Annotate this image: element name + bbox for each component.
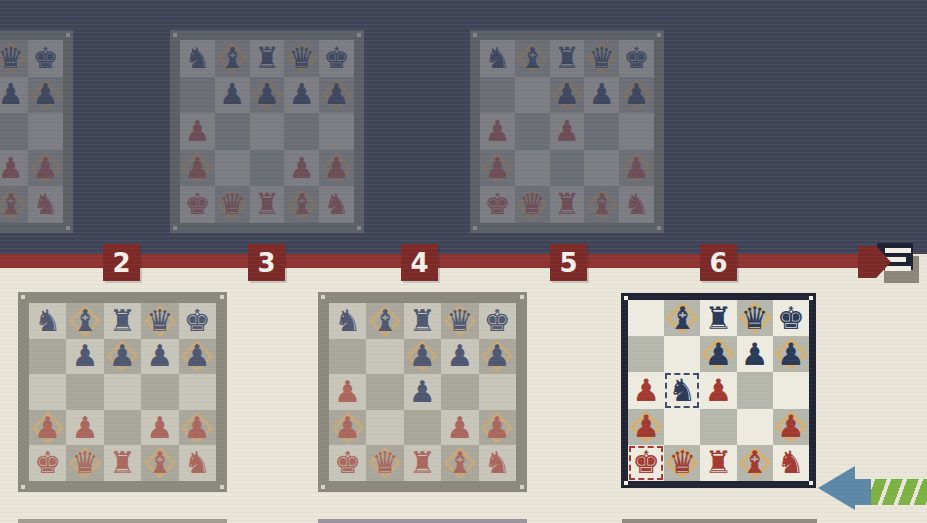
navy-king: ♚ xyxy=(619,40,654,77)
navy-rook: ♜ xyxy=(550,40,585,77)
diamond-marker-icon xyxy=(286,43,317,74)
red-pawn: ♟ xyxy=(180,113,215,150)
square-r2c5: ♟ xyxy=(773,336,809,372)
frame-corner-dot xyxy=(357,33,361,37)
frame-corner-dot xyxy=(657,33,661,37)
red-pawn: ♟ xyxy=(28,150,63,187)
frame-corner-dot xyxy=(624,481,628,485)
navy-pawn: ♟ xyxy=(141,339,178,375)
red-pawn: ♟ xyxy=(628,409,664,445)
red-knight: ♞ xyxy=(619,186,654,223)
square-r3c3 xyxy=(104,374,141,410)
square-r2c4: ♟ xyxy=(284,77,319,114)
square-r1c2: ♝ xyxy=(366,303,403,339)
square-r2c1 xyxy=(29,339,66,375)
red-pawn: ♟ xyxy=(0,150,28,187)
square-r2c1 xyxy=(180,77,215,114)
square-r4c3 xyxy=(550,150,585,187)
square-r2c2 xyxy=(664,336,700,372)
board-grid: ♝♜♛♚♟♟♟♟♞♟♟♟♚♛♜♝♞ xyxy=(628,300,809,481)
board-move-6-active[interactable]: ♝♜♛♚♟♟♟♟♞♟♟♟♚♛♜♝♞ xyxy=(621,293,816,488)
square-r4c5: ♟ xyxy=(479,410,516,446)
navy-pawn: ♟ xyxy=(66,339,103,375)
navy-rook: ♜ xyxy=(404,303,441,339)
red-rook: ♜ xyxy=(404,445,441,481)
square-r5c3: ♜ xyxy=(404,445,441,481)
navy-knight: ♞ xyxy=(180,40,215,77)
red-pawn: ♟ xyxy=(284,150,319,187)
square-r1c1: ♞ xyxy=(329,303,366,339)
navy-king: ♚ xyxy=(179,303,216,339)
navy-pawn: ♟ xyxy=(441,339,478,375)
diamond-marker-icon xyxy=(586,189,617,220)
square-r5c3: ♜ xyxy=(104,445,141,481)
square-r3c2: ♞ xyxy=(664,372,700,408)
square-r1c1: ♞ xyxy=(180,40,215,77)
red-rook: ♜ xyxy=(104,445,141,481)
navy-bishop: ♝ xyxy=(215,40,250,77)
red-king: ♚ xyxy=(180,186,215,223)
frame-corner-dot xyxy=(220,485,224,489)
navy-pawn: ♟ xyxy=(284,77,319,114)
red-pawn: ♟ xyxy=(479,410,516,446)
square-r4c2: ♟ xyxy=(66,410,103,446)
square-r4c5: ♟ xyxy=(28,150,63,187)
board-grid: ♞♝♜♛♚♟♟♟♟♟♟♟♚♛♜♝♞ xyxy=(480,40,654,223)
diamond-marker-icon xyxy=(621,79,652,110)
square-r3c4 xyxy=(0,113,28,150)
square-r3c5 xyxy=(479,374,516,410)
square-r5c2: ♛ xyxy=(366,445,403,481)
square-r4c3 xyxy=(700,409,736,445)
square-r1c5: ♚ xyxy=(479,303,516,339)
navy-pawn: ♟ xyxy=(319,77,354,114)
navy-queen: ♛ xyxy=(737,300,773,336)
square-r4c1: ♟ xyxy=(329,410,366,446)
square-r5c3: ♜ xyxy=(250,186,285,223)
navy-queen: ♛ xyxy=(141,303,178,339)
red-knight: ♞ xyxy=(319,186,354,223)
navy-knight: ♞ xyxy=(664,372,700,408)
square-r5c1: ♚ xyxy=(628,445,664,481)
diamond-marker-icon xyxy=(30,79,61,110)
navy-pawn: ♟ xyxy=(250,77,285,114)
hamburger-list-icon xyxy=(885,266,911,271)
red-knight: ♞ xyxy=(773,445,809,481)
navy-knight: ♞ xyxy=(480,40,515,77)
board-move-2[interactable]: ♞♝♜♛♚♟♟♟♟♟♟♟♟♚♛♜♝♞ xyxy=(18,292,227,492)
square-r5c4: ♝ xyxy=(284,186,319,223)
level-tag-3[interactable]: 3 xyxy=(248,244,285,281)
square-r3c1: ♟ xyxy=(329,374,366,410)
red-pawn: ♟ xyxy=(628,372,664,408)
back-arrow-button[interactable] xyxy=(818,466,927,510)
board-move-4[interactable]: ♞♝♜♛♚♟♟♟♟♟♟♟♟♚♛♜♝♞ xyxy=(318,292,527,492)
square-r3c4 xyxy=(737,372,773,408)
navy-knight: ♞ xyxy=(29,303,66,339)
square-r1c3: ♜ xyxy=(404,303,441,339)
square-r4c3 xyxy=(104,410,141,446)
square-r5c3: ♜ xyxy=(550,186,585,223)
square-r3c4 xyxy=(584,113,619,150)
navy-queen: ♛ xyxy=(441,303,478,339)
diamond-marker-icon xyxy=(0,189,26,220)
square-r5c4: ♝ xyxy=(737,445,773,481)
square-r1c4: ♛ xyxy=(441,303,478,339)
square-r2c1 xyxy=(329,339,366,375)
square-r1c4: ♛ xyxy=(0,40,28,77)
square-r2c4: ♟ xyxy=(737,336,773,372)
board-grid: ♞♝♜♛♚♟♟♟♟♟♟♟♟♚♛♜♝♞ xyxy=(29,303,216,481)
frame-corner-dot xyxy=(473,226,477,230)
square-r4c4 xyxy=(737,409,773,445)
navy-king: ♚ xyxy=(319,40,354,77)
square-r2c1 xyxy=(628,336,664,372)
square-r1c2: ♝ xyxy=(515,40,550,77)
square-r2c5: ♟ xyxy=(319,77,354,114)
square-r5c4: ♝ xyxy=(141,445,178,481)
next-row-board-peek xyxy=(622,519,817,523)
square-r3c2 xyxy=(215,113,250,150)
navy-queen: ♛ xyxy=(284,40,319,77)
navy-knight: ♞ xyxy=(329,303,366,339)
square-r4c5: ♟ xyxy=(619,150,654,187)
square-r4c5: ♟ xyxy=(773,409,809,445)
board-grid: ♞♝♜♛♚♟♟♟♟♟♟♟♟♚♛♜♝♞ xyxy=(180,40,354,223)
navy-pawn: ♟ xyxy=(550,77,585,114)
square-r4c2 xyxy=(366,410,403,446)
square-r3c5 xyxy=(773,372,809,408)
square-r2c3: ♟ xyxy=(404,339,441,375)
navy-king: ♚ xyxy=(479,303,516,339)
square-r4c1: ♟ xyxy=(180,150,215,187)
square-r3c2 xyxy=(66,374,103,410)
board-grid: ♛♚♟♟♟♟♝♞ xyxy=(0,40,63,223)
frame-corner-dot xyxy=(173,226,177,230)
red-bishop: ♝ xyxy=(584,186,619,223)
next-row-board-peek xyxy=(18,519,227,523)
navy-pawn: ♟ xyxy=(179,339,216,375)
red-queen: ♛ xyxy=(66,445,103,481)
red-king: ♚ xyxy=(480,186,515,223)
top-history-background xyxy=(0,0,927,254)
square-r3c4 xyxy=(141,374,178,410)
diamond-marker-icon xyxy=(551,79,582,110)
diamond-marker-icon xyxy=(217,189,248,220)
square-r4c1: ♟ xyxy=(480,150,515,187)
square-r3c1: ♟ xyxy=(180,113,215,150)
red-knight: ♞ xyxy=(179,445,216,481)
diamond-marker-icon xyxy=(0,43,26,74)
square-r5c3: ♜ xyxy=(700,445,736,481)
frame-corner-dot xyxy=(809,296,813,300)
diamond-marker-icon xyxy=(286,189,317,220)
red-rook: ♜ xyxy=(700,445,736,481)
level-tag-6[interactable]: 6 xyxy=(700,244,737,281)
frame-corner-dot xyxy=(173,33,177,37)
square-r1c3: ♜ xyxy=(550,40,585,77)
board-grid: ♞♝♜♛♚♟♟♟♟♟♟♟♟♚♛♜♝♞ xyxy=(329,303,516,481)
square-r2c3: ♟ xyxy=(104,339,141,375)
square-r5c1: ♚ xyxy=(29,445,66,481)
square-r2c2: ♟ xyxy=(66,339,103,375)
red-knight: ♞ xyxy=(28,186,63,223)
board-move-5[interactable]: ♞♝♜♛♚♟♟♟♟♟♟♟♚♛♜♝♞ xyxy=(470,30,664,233)
red-bishop: ♝ xyxy=(141,445,178,481)
navy-pawn: ♟ xyxy=(104,339,141,375)
diamond-marker-icon xyxy=(30,153,61,184)
red-queen: ♛ xyxy=(515,186,550,223)
navy-bishop: ♝ xyxy=(515,40,550,77)
red-pawn: ♟ xyxy=(329,374,366,410)
navy-pawn: ♟ xyxy=(404,374,441,410)
red-pawn: ♟ xyxy=(441,410,478,446)
left-arrow-icon xyxy=(818,466,855,510)
square-r3c1 xyxy=(29,374,66,410)
square-r5c5: ♞ xyxy=(179,445,216,481)
square-r4c1: ♟ xyxy=(628,409,664,445)
diamond-marker-icon xyxy=(621,153,652,184)
square-r4c4: ♟ xyxy=(0,150,28,187)
square-r5c5: ♞ xyxy=(619,186,654,223)
red-pawn: ♟ xyxy=(66,410,103,446)
navy-pawn: ♟ xyxy=(700,336,736,372)
square-r3c2 xyxy=(515,113,550,150)
diamond-marker-icon xyxy=(517,43,548,74)
square-r1c4: ♛ xyxy=(141,303,178,339)
square-r2c5: ♟ xyxy=(479,339,516,375)
diamond-marker-icon xyxy=(321,153,352,184)
red-king: ♚ xyxy=(329,445,366,481)
frame-corner-dot xyxy=(321,485,325,489)
navy-queen: ♛ xyxy=(584,40,619,77)
red-king: ♚ xyxy=(29,445,66,481)
square-r1c1: ♞ xyxy=(29,303,66,339)
square-r4c2 xyxy=(664,409,700,445)
square-r4c3 xyxy=(250,150,285,187)
level-tag-4[interactable]: 4 xyxy=(401,244,438,281)
square-r1c5: ♚ xyxy=(619,40,654,77)
red-pawn: ♟ xyxy=(329,410,366,446)
navy-rook: ♜ xyxy=(250,40,285,77)
square-r3c4 xyxy=(441,374,478,410)
square-r3c1: ♟ xyxy=(480,113,515,150)
square-r5c5: ♞ xyxy=(773,445,809,481)
square-r5c4: ♝ xyxy=(441,445,478,481)
square-r5c5: ♞ xyxy=(319,186,354,223)
frame-corner-dot xyxy=(21,485,25,489)
square-r4c4 xyxy=(584,150,619,187)
red-pawn: ♟ xyxy=(179,410,216,446)
frame-corner-dot xyxy=(809,481,813,485)
square-r2c2: ♟ xyxy=(215,77,250,114)
square-r2c4: ♟ xyxy=(584,77,619,114)
diamond-marker-icon xyxy=(482,153,513,184)
navy-pawn: ♟ xyxy=(619,77,654,114)
navy-pawn: ♟ xyxy=(479,339,516,375)
square-r4c2 xyxy=(515,150,550,187)
square-r3c2 xyxy=(366,374,403,410)
arrow-shaft xyxy=(851,479,927,505)
square-r4c4: ♟ xyxy=(441,410,478,446)
navy-pawn: ♟ xyxy=(773,336,809,372)
frame-corner-dot xyxy=(66,33,70,37)
square-r3c5 xyxy=(28,113,63,150)
red-pawn: ♟ xyxy=(480,150,515,187)
red-queen: ♛ xyxy=(664,445,700,481)
square-r3c5 xyxy=(319,113,354,150)
square-r4c4: ♟ xyxy=(141,410,178,446)
square-r1c5: ♚ xyxy=(319,40,354,77)
red-pawn: ♟ xyxy=(550,113,585,150)
square-r5c2: ♛ xyxy=(515,186,550,223)
square-r5c5: ♞ xyxy=(28,186,63,223)
square-r4c2 xyxy=(215,150,250,187)
square-r1c4: ♛ xyxy=(284,40,319,77)
square-r4c1: ♟ xyxy=(29,410,66,446)
square-r4c5: ♟ xyxy=(319,150,354,187)
square-r5c5: ♞ xyxy=(479,445,516,481)
square-r1c3: ♜ xyxy=(104,303,141,339)
square-r2c2 xyxy=(515,77,550,114)
navy-king: ♚ xyxy=(773,300,809,336)
diamond-marker-icon xyxy=(586,43,617,74)
red-pawn: ♟ xyxy=(141,410,178,446)
square-r3c3: ♟ xyxy=(550,113,585,150)
game-screen: ♛♚♟♟♟♟♝♞ ♞♝♜♛♚♟♟♟♟♟♟♟♟♚♛♜♝♞ ♞♝♜♛♚♟♟♟♟♟♟♟… xyxy=(0,0,927,523)
square-r1c4: ♛ xyxy=(737,300,773,336)
navy-pawn: ♟ xyxy=(215,77,250,114)
diamond-marker-icon xyxy=(251,79,282,110)
diamond-marker-icon xyxy=(321,79,352,110)
square-r2c1 xyxy=(480,77,515,114)
red-pawn: ♟ xyxy=(180,150,215,187)
frame-corner-dot xyxy=(21,295,25,299)
navy-bishop: ♝ xyxy=(66,303,103,339)
square-r1c1: ♞ xyxy=(480,40,515,77)
square-r3c5 xyxy=(619,113,654,150)
level-tag-2[interactable]: 2 xyxy=(103,244,140,281)
red-pawn: ♟ xyxy=(773,409,809,445)
square-r1c5: ♚ xyxy=(773,300,809,336)
square-r2c2 xyxy=(366,339,403,375)
level-tag-5[interactable]: 5 xyxy=(550,244,587,281)
diamond-marker-icon xyxy=(182,153,213,184)
frame-corner-dot xyxy=(520,485,524,489)
square-r1c2: ♝ xyxy=(66,303,103,339)
navy-pawn: ♟ xyxy=(737,336,773,372)
red-bishop: ♝ xyxy=(284,186,319,223)
square-r1c5: ♚ xyxy=(179,303,216,339)
frame-corner-dot xyxy=(220,295,224,299)
navy-pawn: ♟ xyxy=(28,77,63,114)
square-r5c2: ♛ xyxy=(215,186,250,223)
navy-queen: ♛ xyxy=(0,40,28,77)
hamburger-list-icon xyxy=(885,248,911,253)
navy-bishop: ♝ xyxy=(664,300,700,336)
square-r5c4: ♝ xyxy=(0,186,28,223)
square-r5c1: ♚ xyxy=(480,186,515,223)
frame-corner-dot xyxy=(624,296,628,300)
square-r2c4: ♟ xyxy=(141,339,178,375)
square-r2c5: ♟ xyxy=(28,77,63,114)
navy-pawn: ♟ xyxy=(404,339,441,375)
navy-pawn: ♟ xyxy=(584,77,619,114)
red-pawn: ♟ xyxy=(319,150,354,187)
square-r1c2: ♝ xyxy=(664,300,700,336)
red-king: ♚ xyxy=(628,445,664,481)
square-r3c3: ♟ xyxy=(700,372,736,408)
square-r3c4 xyxy=(284,113,319,150)
frame-corner-dot xyxy=(520,295,524,299)
square-r2c4: ♟ xyxy=(441,339,478,375)
frame-corner-dot xyxy=(473,33,477,37)
square-r5c1: ♚ xyxy=(180,186,215,223)
square-r2c3: ♟ xyxy=(550,77,585,114)
square-r1c2: ♝ xyxy=(215,40,250,77)
square-r3c5 xyxy=(179,374,216,410)
square-r4c5: ♟ xyxy=(179,410,216,446)
red-queen: ♛ xyxy=(366,445,403,481)
square-r1c4: ♛ xyxy=(584,40,619,77)
square-r3c3 xyxy=(250,113,285,150)
square-r1c5: ♚ xyxy=(28,40,63,77)
square-r3c3: ♟ xyxy=(404,374,441,410)
square-r5c4: ♝ xyxy=(584,186,619,223)
square-r5c1: ♚ xyxy=(329,445,366,481)
red-bishop: ♝ xyxy=(441,445,478,481)
red-bishop: ♝ xyxy=(737,445,773,481)
square-r2c5: ♟ xyxy=(179,339,216,375)
red-pawn: ♟ xyxy=(480,113,515,150)
square-r2c3: ♟ xyxy=(700,336,736,372)
square-r1c3: ♜ xyxy=(250,40,285,77)
red-rook: ♜ xyxy=(250,186,285,223)
square-r2c5: ♟ xyxy=(619,77,654,114)
red-queen: ♛ xyxy=(215,186,250,223)
navy-pawn: ♟ xyxy=(0,77,28,114)
progress-stripes-icon xyxy=(871,479,927,505)
square-r4c4: ♟ xyxy=(284,150,319,187)
diamond-marker-icon xyxy=(517,189,548,220)
next-row-board-peek xyxy=(318,519,527,523)
red-pawn: ♟ xyxy=(619,150,654,187)
frame-corner-dot xyxy=(321,295,325,299)
frame-corner-dot xyxy=(657,226,661,230)
navy-bishop: ♝ xyxy=(366,303,403,339)
square-r1c3: ♜ xyxy=(700,300,736,336)
red-bishop: ♝ xyxy=(0,186,28,223)
navy-rook: ♜ xyxy=(104,303,141,339)
red-pawn: ♟ xyxy=(29,410,66,446)
square-r5c2: ♛ xyxy=(66,445,103,481)
red-pawn: ♟ xyxy=(700,372,736,408)
navy-rook: ♜ xyxy=(700,300,736,336)
navy-king: ♚ xyxy=(28,40,63,77)
square-r2c4: ♟ xyxy=(0,77,28,114)
square-r4c3 xyxy=(404,410,441,446)
red-knight: ♞ xyxy=(479,445,516,481)
square-r2c3: ♟ xyxy=(250,77,285,114)
board-move-1[interactable]: ♛♚♟♟♟♟♝♞ xyxy=(0,30,73,233)
square-r1c1 xyxy=(628,300,664,336)
frame-corner-dot xyxy=(357,226,361,230)
board-move-3[interactable]: ♞♝♜♛♚♟♟♟♟♟♟♟♟♚♛♜♝♞ xyxy=(170,30,364,233)
frame-corner-dot xyxy=(66,226,70,230)
diamond-marker-icon xyxy=(217,43,248,74)
square-r3c1: ♟ xyxy=(628,372,664,408)
red-rook: ♜ xyxy=(550,186,585,223)
